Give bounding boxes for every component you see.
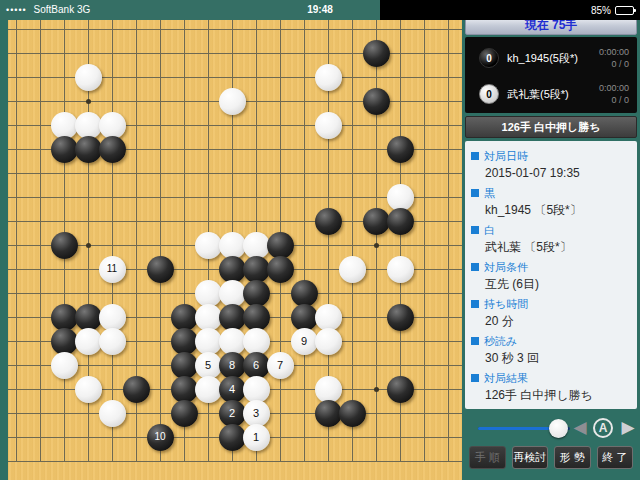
black-stone[interactable] <box>75 136 102 163</box>
white-stone[interactable] <box>339 256 366 283</box>
black-stone[interactable] <box>387 376 414 403</box>
players-panel: 0kh_1945(5段*)0:00:000 / 00武礼葉(5段*)0:00:0… <box>465 37 637 113</box>
white-stone[interactable] <box>243 376 270 403</box>
move-number: 5 <box>205 360 211 371</box>
game-info-panel: 対局日時2015-01-07 19:35黒kh_1945 〔5段*〕白武礼葉 〔… <box>465 141 637 409</box>
star-point <box>86 243 91 248</box>
info-value: 2015-01-07 19:35 <box>471 164 631 182</box>
black-stone[interactable] <box>315 400 342 427</box>
white-stone[interactable] <box>99 400 126 427</box>
bullet-square-icon <box>471 300 479 308</box>
white-stone[interactable] <box>219 280 246 307</box>
white-stone[interactable]: 11 <box>99 256 126 283</box>
black-stone[interactable] <box>171 400 198 427</box>
move-number: 2 <box>229 408 235 419</box>
playback-controls: ◀ A ▶ 手 順再検討形 勢終 了 <box>465 412 637 478</box>
move-number: 11 <box>107 264 117 274</box>
info-value: 武礼葉 〔5段*〕 <box>471 238 631 256</box>
info-label: 黒 <box>471 185 631 201</box>
white-stone[interactable]: 3 <box>243 400 270 427</box>
battery-percent: 85% <box>591 5 611 16</box>
action-button-終了[interactable]: 終 了 <box>597 446 634 469</box>
info-value: 互先 (6目) <box>471 275 631 293</box>
white-stone[interactable] <box>195 304 222 331</box>
move-number: 3 <box>253 408 259 419</box>
move-number: 9 <box>301 336 307 347</box>
bullet-square-icon <box>471 226 479 234</box>
black-stone[interactable] <box>387 304 414 331</box>
action-button-再検討[interactable]: 再検討 <box>512 446 549 469</box>
info-label: 持ち時間 <box>471 296 631 312</box>
grid-line <box>424 20 425 462</box>
black-stone[interactable] <box>51 328 78 355</box>
grid-line <box>8 29 462 30</box>
white-stone[interactable] <box>315 64 342 91</box>
info-label: 対局日時 <box>471 148 631 164</box>
go-board[interactable]: 1195867423101 <box>8 20 462 480</box>
action-buttons: 手 順再検討形 勢終 了 <box>469 446 633 469</box>
info-value: 30 秒 3 回 <box>471 349 631 367</box>
white-stone[interactable]: 5 <box>195 352 222 379</box>
white-stone[interactable] <box>219 328 246 355</box>
white-stone[interactable] <box>195 280 222 307</box>
info-value: 20 分 <box>471 312 631 330</box>
black-stone[interactable]: 4 <box>219 376 246 403</box>
clock-time: 19:48 <box>0 0 640 20</box>
white-stone[interactable]: 1 <box>243 424 270 451</box>
white-stone[interactable] <box>51 112 78 139</box>
grid-line <box>376 20 377 462</box>
star-point <box>374 387 379 392</box>
white-stone[interactable]: 7 <box>267 352 294 379</box>
info-label: 対局条件 <box>471 259 631 275</box>
black-stone[interactable] <box>51 304 78 331</box>
action-button-手順: 手 順 <box>469 446 506 469</box>
grid-line <box>448 20 449 462</box>
black-stone[interactable] <box>291 280 318 307</box>
bullet-square-icon <box>471 263 479 271</box>
black-stone[interactable] <box>363 88 390 115</box>
slider-row: ◀ A ▶ <box>465 414 637 442</box>
white-stone[interactable] <box>75 64 102 91</box>
black-stone[interactable] <box>387 136 414 163</box>
player-row: 0kh_1945(5段*)0:00:000 / 0 <box>465 41 637 75</box>
black-stone[interactable] <box>363 208 390 235</box>
black-stone[interactable]: 8 <box>219 352 246 379</box>
black-captures-badge: 0 <box>479 48 499 68</box>
auto-play-button[interactable]: A <box>593 418 613 438</box>
grid-line <box>8 173 462 174</box>
black-stone[interactable] <box>75 304 102 331</box>
black-stone[interactable] <box>51 232 78 259</box>
player-clock: 0:00:000 / 0 <box>599 82 629 106</box>
info-item: 持ち時間20 分 <box>471 296 631 330</box>
bullet-square-icon <box>471 337 479 345</box>
white-stone[interactable] <box>195 328 222 355</box>
info-label: 白 <box>471 222 631 238</box>
black-stone[interactable] <box>243 304 270 331</box>
white-stone[interactable] <box>315 376 342 403</box>
game-sidebar: 現在 75手 0kh_1945(5段*)0:00:000 / 00武礼葉(5段*… <box>462 20 640 480</box>
white-stone[interactable] <box>387 184 414 211</box>
black-stone[interactable] <box>267 256 294 283</box>
prev-move-button[interactable]: ◀ <box>569 414 591 442</box>
move-number: 6 <box>253 360 259 371</box>
bullet-square-icon <box>471 152 479 160</box>
black-stone[interactable] <box>219 256 246 283</box>
white-stone[interactable] <box>315 304 342 331</box>
white-stone[interactable] <box>75 112 102 139</box>
move-slider[interactable] <box>478 419 570 437</box>
black-stone[interactable] <box>51 136 78 163</box>
star-point <box>374 243 379 248</box>
player-row: 0武礼葉(5段*)0:00:000 / 0 <box>465 77 637 111</box>
white-stone[interactable] <box>315 112 342 139</box>
battery-status: 85% <box>591 0 634 20</box>
grid-line <box>304 20 305 462</box>
info-item: 秒読み30 秒 3 回 <box>471 333 631 367</box>
black-stone[interactable] <box>219 424 246 451</box>
player-name: 武礼葉(5段*) <box>507 77 569 111</box>
black-stone[interactable] <box>243 256 270 283</box>
black-stone[interactable] <box>219 304 246 331</box>
move-number: 8 <box>229 360 235 371</box>
grid-line <box>8 53 462 54</box>
grid-line <box>160 20 161 462</box>
white-stone[interactable] <box>219 232 246 259</box>
white-captures-badge: 0 <box>479 84 499 104</box>
info-item: 白武礼葉 〔5段*〕 <box>471 222 631 256</box>
slider-fill <box>478 427 559 430</box>
white-stone[interactable] <box>75 328 102 355</box>
next-move-button[interactable]: ▶ <box>617 414 639 442</box>
black-stone[interactable] <box>171 328 198 355</box>
white-stone[interactable] <box>387 256 414 283</box>
move-number: 1 <box>253 432 259 443</box>
info-item: 対局結果126手 白中押し勝ち <box>471 370 631 404</box>
black-stone[interactable] <box>99 136 126 163</box>
bullet-square-icon <box>471 189 479 197</box>
black-stone[interactable]: 2 <box>219 400 246 427</box>
slider-knob[interactable] <box>549 419 568 438</box>
grid-line <box>40 20 41 462</box>
black-stone[interactable] <box>291 304 318 331</box>
app-screen: ••••• SoftBank 3G 19:48 85% 119586742310… <box>0 0 640 480</box>
grid-line <box>16 20 17 462</box>
grid-line <box>352 20 353 462</box>
black-stone[interactable] <box>387 208 414 235</box>
black-stone[interactable] <box>363 40 390 67</box>
black-stone[interactable] <box>315 208 342 235</box>
info-item: 黒kh_1945 〔5段*〕 <box>471 185 631 219</box>
player-name: kh_1945(5段*) <box>507 41 578 75</box>
white-stone[interactable] <box>195 232 222 259</box>
white-stone[interactable] <box>243 328 270 355</box>
white-stone[interactable] <box>195 376 222 403</box>
grid-line <box>112 20 113 462</box>
black-stone[interactable] <box>339 400 366 427</box>
grid-line <box>8 461 462 462</box>
white-stone[interactable] <box>99 304 126 331</box>
black-stone[interactable]: 10 <box>147 424 174 451</box>
white-stone[interactable] <box>75 376 102 403</box>
white-stone[interactable] <box>99 112 126 139</box>
move-number: 4 <box>229 384 235 395</box>
info-label: 対局結果 <box>471 370 631 386</box>
black-stone[interactable] <box>147 256 174 283</box>
result-banner: 126手 白中押し勝ち <box>465 116 637 138</box>
black-stone[interactable] <box>243 280 270 307</box>
info-item: 対局条件互先 (6目) <box>471 259 631 293</box>
move-number: 7 <box>277 360 283 371</box>
black-stone[interactable]: 6 <box>243 352 270 379</box>
info-value: kh_1945 〔5段*〕 <box>471 201 631 219</box>
black-stone[interactable] <box>171 352 198 379</box>
battery-icon <box>615 6 634 15</box>
white-stone[interactable] <box>315 328 342 355</box>
action-button-形勢[interactable]: 形 勢 <box>554 446 591 469</box>
black-stone[interactable] <box>267 232 294 259</box>
black-stone[interactable] <box>171 304 198 331</box>
status-bar: ••••• SoftBank 3G 19:48 85% <box>0 0 640 20</box>
info-label: 秒読み <box>471 333 631 349</box>
white-stone[interactable] <box>243 232 270 259</box>
star-point <box>86 99 91 104</box>
black-stone[interactable] <box>171 376 198 403</box>
player-clock: 0:00:000 / 0 <box>599 46 629 70</box>
white-stone[interactable] <box>51 352 78 379</box>
info-item: 対局日時2015-01-07 19:35 <box>471 148 631 182</box>
white-stone[interactable] <box>219 88 246 115</box>
white-stone[interactable]: 9 <box>291 328 318 355</box>
bullet-square-icon <box>471 374 479 382</box>
black-stone[interactable] <box>123 376 150 403</box>
white-stone[interactable] <box>99 328 126 355</box>
info-value: 126手 白中押し勝ち <box>471 386 631 404</box>
move-number: 10 <box>154 432 165 442</box>
